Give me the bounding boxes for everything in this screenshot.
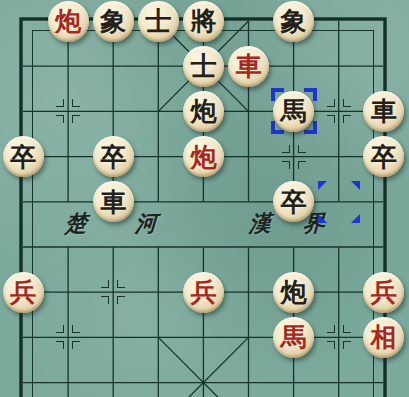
piece-black-advisor[interactable]: 士 <box>183 46 224 87</box>
piece-glyph: 炮 <box>55 8 81 34</box>
piece-black-elephant[interactable]: 象 <box>93 1 134 42</box>
piece-black-cannon[interactable]: 炮 <box>183 91 224 132</box>
piece-glyph: 士 <box>190 53 216 79</box>
piece-glyph: 馬 <box>281 98 307 124</box>
piece-black-soldier[interactable]: 卒 <box>363 136 404 177</box>
piece-glyph: 炮 <box>190 144 216 170</box>
piece-black-soldier[interactable]: 卒 <box>93 136 134 177</box>
piece-black-cannon[interactable]: 炮 <box>273 272 314 313</box>
piece-black-advisor[interactable]: 士 <box>138 1 179 42</box>
piece-red-cannon[interactable]: 炮 <box>183 136 224 177</box>
piece-glyph: 卒 <box>10 144 36 170</box>
piece-glyph: 象 <box>281 8 307 34</box>
piece-black-soldier[interactable]: 卒 <box>273 181 314 222</box>
piece-glyph: 相 <box>371 324 397 350</box>
piece-red-horse[interactable]: 馬 <box>273 317 314 358</box>
piece-glyph: 馬 <box>281 324 307 350</box>
xiangqi-board: 楚河漢界 炮象士將象士車炮馬車卒卒炮卒車卒兵兵炮兵馬相 <box>0 0 409 397</box>
piece-red-cannon[interactable]: 炮 <box>48 1 89 42</box>
piece-black-horse[interactable]: 馬 <box>273 91 314 132</box>
piece-black-chariot[interactable]: 車 <box>363 91 404 132</box>
pieces-layer: 炮象士將象士車炮馬車卒卒炮卒車卒兵兵炮兵馬相 <box>0 0 409 397</box>
piece-red-elephant[interactable]: 相 <box>363 317 404 358</box>
piece-black-chariot[interactable]: 車 <box>93 181 134 222</box>
piece-glyph: 車 <box>100 189 126 215</box>
piece-glyph: 卒 <box>371 144 397 170</box>
piece-black-soldier[interactable]: 卒 <box>3 136 44 177</box>
piece-glyph: 將 <box>190 8 216 34</box>
piece-black-general[interactable]: 將 <box>183 1 224 42</box>
piece-glyph: 兵 <box>10 279 36 305</box>
piece-glyph: 車 <box>371 98 397 124</box>
piece-glyph: 兵 <box>190 279 216 305</box>
piece-glyph: 兵 <box>371 279 397 305</box>
piece-red-soldier[interactable]: 兵 <box>3 272 44 313</box>
piece-glyph: 象 <box>100 8 126 34</box>
piece-glyph: 車 <box>236 53 262 79</box>
piece-glyph: 炮 <box>190 98 216 124</box>
piece-red-chariot[interactable]: 車 <box>228 46 269 87</box>
piece-red-soldier[interactable]: 兵 <box>363 272 404 313</box>
piece-glyph: 卒 <box>281 189 307 215</box>
piece-glyph: 士 <box>145 8 171 34</box>
piece-red-soldier[interactable]: 兵 <box>183 272 224 313</box>
piece-black-elephant[interactable]: 象 <box>273 1 314 42</box>
piece-glyph: 卒 <box>100 144 126 170</box>
piece-glyph: 炮 <box>281 279 307 305</box>
